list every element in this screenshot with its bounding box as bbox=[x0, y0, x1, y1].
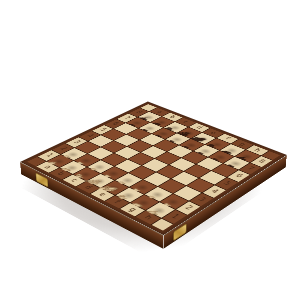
square-e1[interactable]: ♚ bbox=[101, 181, 128, 195]
pawn-glyph: ♟ bbox=[144, 196, 157, 199]
pawn-glyph: ♟ bbox=[160, 203, 173, 206]
piece-white-bishop[interactable]: ♝ bbox=[63, 171, 95, 179]
square-f2[interactable]: ♟ bbox=[130, 180, 157, 194]
piece-white-pawn[interactable]: ♟ bbox=[150, 198, 183, 207]
square-g3[interactable] bbox=[159, 179, 186, 193]
square-g2[interactable]: ♟ bbox=[145, 187, 172, 202]
corner-cell bbox=[152, 219, 173, 231]
piece-white-pawn[interactable]: ♟ bbox=[119, 183, 151, 191]
pawn-glyph: ♟ bbox=[223, 164, 235, 167]
piece-base-shadow bbox=[133, 183, 151, 192]
square-e4[interactable] bbox=[142, 159, 168, 172]
knight-glyph: ♞ bbox=[128, 203, 146, 208]
piece-white-queen[interactable]: ♛ bbox=[76, 177, 109, 185]
piece-base-shadow bbox=[134, 198, 152, 208]
corner-cell bbox=[262, 151, 280, 160]
square-h6[interactable] bbox=[212, 164, 238, 177]
square-g5[interactable] bbox=[184, 164, 210, 177]
king-glyph: ♚ bbox=[94, 186, 120, 193]
chess-board: abcdefgh8♜♞♝♛♚♝♞♜87♟♟♟♟♟♟♟♟7665544332♟♟♟… bbox=[20, 102, 287, 236]
piece-white-pawn[interactable]: ♟ bbox=[134, 190, 167, 198]
piece-white-king[interactable]: ♚ bbox=[90, 184, 123, 192]
square-f4[interactable] bbox=[157, 165, 183, 178]
square-f3[interactable] bbox=[144, 172, 171, 186]
piece-base-shadow bbox=[119, 176, 136, 185]
square-d2[interactable]: ♟ bbox=[101, 167, 127, 180]
photo-scene: abcdefgh8♜♞♝♛♚♝♞♜87♟♟♟♟♟♟♟♟7665544332♟♟♟… bbox=[0, 0, 300, 300]
piece-white-bishop[interactable]: ♝ bbox=[105, 191, 138, 199]
bishop-glyph: ♝ bbox=[69, 174, 88, 179]
bishop-glyph: ♝ bbox=[112, 195, 132, 200]
square-h2[interactable]: ♟ bbox=[160, 194, 188, 209]
piece-base-shadow bbox=[164, 197, 182, 207]
pawn-glyph: ♟ bbox=[100, 175, 112, 178]
square-h1[interactable]: ♜ bbox=[146, 202, 174, 218]
piece-white-rook[interactable]: ♜ bbox=[135, 206, 169, 215]
piece-base-shadow bbox=[105, 184, 123, 193]
square-g1[interactable]: ♞ bbox=[131, 195, 159, 210]
piece-base-shadow bbox=[148, 190, 166, 199]
square-e2[interactable]: ♟ bbox=[115, 173, 142, 187]
piece-white-pawn[interactable]: ♟ bbox=[91, 170, 123, 178]
rook-glyph: ♜ bbox=[144, 211, 160, 215]
square-h3[interactable] bbox=[174, 186, 201, 201]
board-frame: abcdefgh8♜♞♝♛♚♝♞♜87♟♟♟♟♟♟♟♟7665544332♟♟♟… bbox=[20, 102, 287, 236]
piece-base-shadow bbox=[119, 191, 137, 201]
square-g4[interactable] bbox=[172, 172, 199, 186]
square-d1[interactable]: ♛ bbox=[87, 174, 114, 188]
piece-white-knight[interactable]: ♞ bbox=[120, 199, 153, 208]
queen-glyph: ♛ bbox=[81, 179, 104, 185]
piece-white-pawn[interactable]: ♟ bbox=[105, 177, 137, 185]
square-h4[interactable] bbox=[187, 178, 214, 192]
square-h5[interactable] bbox=[200, 171, 226, 185]
piece-black-pawn[interactable]: ♟ bbox=[214, 160, 246, 167]
pawn-glyph: ♟ bbox=[129, 188, 142, 191]
square-f5[interactable] bbox=[170, 158, 196, 171]
square-f1[interactable]: ♝ bbox=[116, 188, 144, 203]
piece-base-shadow bbox=[150, 206, 169, 216]
pawn-glyph: ♟ bbox=[115, 181, 127, 184]
square-e3[interactable] bbox=[129, 166, 155, 179]
piece-base-shadow bbox=[91, 177, 108, 186]
